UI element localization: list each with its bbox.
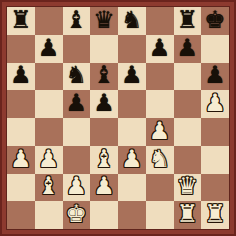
square-h1[interactable]: ♜ [201,201,229,229]
square-e3[interactable]: ♟ [118,146,146,174]
piece-white-bishop[interactable]: ♝ [93,147,115,171]
piece-black-queen[interactable]: ♛ [93,8,115,32]
square-b2[interactable]: ♝ [35,174,63,202]
square-b3[interactable]: ♟ [35,146,63,174]
chess-board-frame: ♜♝♛♞♜♚♟♟♟♟♞♝♟♟♟♟♟♟♟♟♝♟♞♝♟♟♛♚♜♜ [0,0,236,236]
square-h8[interactable]: ♚ [201,7,229,35]
piece-black-pawn[interactable]: ♟ [66,91,88,115]
piece-black-pawn[interactable]: ♟ [121,63,143,87]
square-b6[interactable] [35,63,63,91]
square-a2[interactable] [7,174,35,202]
square-c1[interactable]: ♚ [63,201,91,229]
square-e8[interactable]: ♞ [118,7,146,35]
piece-black-bishop[interactable]: ♝ [93,63,115,87]
square-h6[interactable]: ♟ [201,63,229,91]
chess-board: ♜♝♛♞♜♚♟♟♟♟♞♝♟♟♟♟♟♟♟♟♝♟♞♝♟♟♛♚♜♜ [7,7,229,229]
square-g4[interactable] [174,118,202,146]
square-f6[interactable] [146,63,174,91]
piece-white-king[interactable]: ♚ [66,202,88,226]
square-c7[interactable] [63,35,91,63]
square-g2[interactable]: ♛ [174,174,202,202]
square-g1[interactable]: ♜ [174,201,202,229]
square-f3[interactable]: ♞ [146,146,174,174]
square-h7[interactable] [201,35,229,63]
piece-black-knight[interactable]: ♞ [66,63,88,87]
square-h2[interactable] [201,174,229,202]
square-e2[interactable] [118,174,146,202]
square-h3[interactable] [201,146,229,174]
square-e6[interactable]: ♟ [118,63,146,91]
square-h4[interactable] [201,118,229,146]
square-a8[interactable]: ♜ [7,7,35,35]
square-g7[interactable]: ♟ [174,35,202,63]
square-d6[interactable]: ♝ [90,63,118,91]
piece-white-bishop[interactable]: ♝ [38,174,60,198]
square-b8[interactable] [35,7,63,35]
piece-black-pawn[interactable]: ♟ [177,36,199,60]
square-f8[interactable] [146,7,174,35]
square-e5[interactable] [118,90,146,118]
piece-black-pawn[interactable]: ♟ [149,36,171,60]
square-c6[interactable]: ♞ [63,63,91,91]
piece-black-king[interactable]: ♚ [204,8,226,32]
piece-black-pawn[interactable]: ♟ [93,91,115,115]
square-e4[interactable] [118,118,146,146]
square-g6[interactable] [174,63,202,91]
square-b4[interactable] [35,118,63,146]
piece-black-pawn[interactable]: ♟ [204,63,226,87]
square-c2[interactable]: ♟ [63,174,91,202]
square-g5[interactable] [174,90,202,118]
square-d8[interactable]: ♛ [90,7,118,35]
square-a4[interactable] [7,118,35,146]
piece-white-pawn[interactable]: ♟ [149,119,171,143]
piece-white-pawn[interactable]: ♟ [38,147,60,171]
piece-white-pawn[interactable]: ♟ [93,174,115,198]
square-f1[interactable] [146,201,174,229]
piece-white-pawn[interactable]: ♟ [121,147,143,171]
square-c4[interactable] [63,118,91,146]
piece-white-pawn[interactable]: ♟ [204,91,226,115]
piece-black-knight[interactable]: ♞ [121,8,143,32]
piece-black-rook[interactable]: ♜ [177,8,199,32]
square-c3[interactable] [63,146,91,174]
square-d7[interactable] [90,35,118,63]
square-f4[interactable]: ♟ [146,118,174,146]
piece-white-rook[interactable]: ♜ [204,202,226,226]
square-a1[interactable] [7,201,35,229]
square-d2[interactable]: ♟ [90,174,118,202]
piece-white-pawn[interactable]: ♟ [10,147,32,171]
square-d1[interactable] [90,201,118,229]
square-h5[interactable]: ♟ [201,90,229,118]
square-a6[interactable]: ♟ [7,63,35,91]
square-e7[interactable] [118,35,146,63]
square-f2[interactable] [146,174,174,202]
piece-black-rook[interactable]: ♜ [10,8,32,32]
piece-white-queen[interactable]: ♛ [177,174,199,198]
piece-white-pawn[interactable]: ♟ [66,174,88,198]
square-f5[interactable] [146,90,174,118]
square-d5[interactable]: ♟ [90,90,118,118]
square-b7[interactable]: ♟ [35,35,63,63]
square-a5[interactable] [7,90,35,118]
square-e1[interactable] [118,201,146,229]
piece-white-rook[interactable]: ♜ [177,202,199,226]
square-a3[interactable]: ♟ [7,146,35,174]
square-d4[interactable] [90,118,118,146]
piece-black-pawn[interactable]: ♟ [10,63,32,87]
square-g3[interactable] [174,146,202,174]
piece-black-pawn[interactable]: ♟ [38,36,60,60]
square-d3[interactable]: ♝ [90,146,118,174]
square-b1[interactable] [35,201,63,229]
piece-black-bishop[interactable]: ♝ [66,8,88,32]
piece-white-knight[interactable]: ♞ [149,147,171,171]
square-a7[interactable] [7,35,35,63]
square-g8[interactable]: ♜ [174,7,202,35]
square-b5[interactable] [35,90,63,118]
square-f7[interactable]: ♟ [146,35,174,63]
square-c8[interactable]: ♝ [63,7,91,35]
square-c5[interactable]: ♟ [63,90,91,118]
